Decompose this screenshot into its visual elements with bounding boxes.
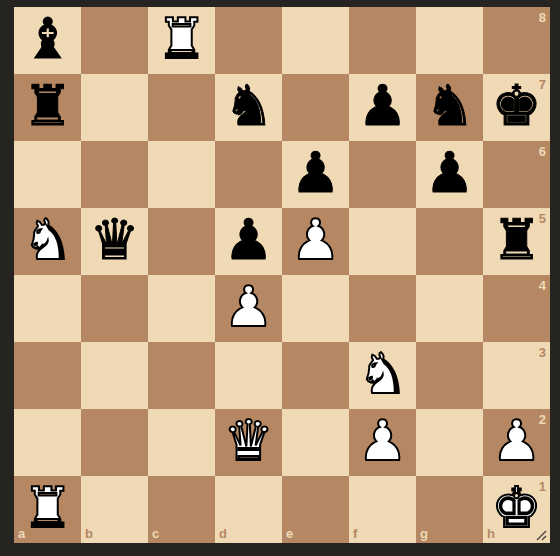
piece-black-rook[interactable]: ♜: [22, 78, 72, 134]
square-c3[interactable]: [148, 342, 215, 409]
square-h2[interactable]: ♟2: [483, 409, 550, 476]
square-g3[interactable]: [416, 342, 483, 409]
square-f6[interactable]: [349, 141, 416, 208]
file-label-f: f: [353, 527, 357, 540]
square-g4[interactable]: [416, 275, 483, 342]
piece-white-pawn[interactable]: ♟: [223, 279, 273, 335]
file-label-e: e: [286, 527, 293, 540]
square-b8[interactable]: [81, 7, 148, 74]
square-f3[interactable]: ♞: [349, 342, 416, 409]
square-b7[interactable]: [81, 74, 148, 141]
square-e4[interactable]: [282, 275, 349, 342]
square-a4[interactable]: [14, 275, 81, 342]
board-resize-handle-icon[interactable]: [534, 527, 548, 541]
piece-white-knight[interactable]: ♞: [357, 346, 407, 402]
rank-label-5: 5: [539, 212, 546, 225]
piece-black-pawn[interactable]: ♟: [290, 145, 340, 201]
square-h6[interactable]: 6: [483, 141, 550, 208]
square-c5[interactable]: [148, 208, 215, 275]
square-b2[interactable]: [81, 409, 148, 476]
piece-white-pawn[interactable]: ♟: [290, 212, 340, 268]
rank-label-2: 2: [539, 413, 546, 426]
square-d7[interactable]: ♞: [215, 74, 282, 141]
square-e2[interactable]: [282, 409, 349, 476]
piece-black-rook[interactable]: ♜: [491, 212, 541, 268]
square-c7[interactable]: [148, 74, 215, 141]
square-h5[interactable]: ♜5: [483, 208, 550, 275]
square-b5[interactable]: ♛: [81, 208, 148, 275]
rank-label-4: 4: [539, 279, 546, 292]
square-e1[interactable]: e: [282, 476, 349, 543]
piece-white-pawn[interactable]: ♟: [491, 413, 541, 469]
file-label-b: b: [85, 527, 93, 540]
square-e8[interactable]: [282, 7, 349, 74]
piece-white-rook[interactable]: ♜: [156, 11, 206, 67]
square-a2[interactable]: [14, 409, 81, 476]
square-b6[interactable]: [81, 141, 148, 208]
piece-white-rook[interactable]: ♜: [22, 480, 72, 536]
square-g2[interactable]: [416, 409, 483, 476]
square-e5[interactable]: ♟: [282, 208, 349, 275]
chess-board-frame: ♝♜8♜♞♟♞♚7♟♟6♞♛♟♟♜5♟4♞3♛♟♟2♜abcdefg♚1h: [0, 0, 560, 556]
piece-black-pawn[interactable]: ♟: [357, 78, 407, 134]
square-f7[interactable]: ♟: [349, 74, 416, 141]
square-h3[interactable]: 3: [483, 342, 550, 409]
square-c1[interactable]: c: [148, 476, 215, 543]
piece-white-knight[interactable]: ♞: [22, 212, 72, 268]
square-a6[interactable]: [14, 141, 81, 208]
square-b4[interactable]: [81, 275, 148, 342]
square-g8[interactable]: [416, 7, 483, 74]
square-h1[interactable]: ♚1h: [483, 476, 550, 543]
square-d2[interactable]: ♛: [215, 409, 282, 476]
square-e3[interactable]: [282, 342, 349, 409]
square-f2[interactable]: ♟: [349, 409, 416, 476]
square-a5[interactable]: ♞: [14, 208, 81, 275]
square-h4[interactable]: 4: [483, 275, 550, 342]
rank-label-1: 1: [539, 480, 546, 493]
square-a1[interactable]: ♜a: [14, 476, 81, 543]
square-d4[interactable]: ♟: [215, 275, 282, 342]
piece-black-pawn[interactable]: ♟: [424, 145, 474, 201]
piece-black-queen[interactable]: ♛: [89, 212, 139, 268]
piece-black-knight[interactable]: ♞: [223, 78, 273, 134]
file-label-d: d: [219, 527, 227, 540]
chess-board: ♝♜8♜♞♟♞♚7♟♟6♞♛♟♟♜5♟4♞3♛♟♟2♜abcdefg♚1h: [14, 7, 550, 543]
square-c8[interactable]: ♜: [148, 7, 215, 74]
square-d8[interactable]: [215, 7, 282, 74]
square-f1[interactable]: f: [349, 476, 416, 543]
piece-black-bishop[interactable]: ♝: [22, 11, 72, 67]
file-label-g: g: [420, 527, 428, 540]
file-label-c: c: [152, 527, 159, 540]
square-d6[interactable]: [215, 141, 282, 208]
square-g6[interactable]: ♟: [416, 141, 483, 208]
square-c6[interactable]: [148, 141, 215, 208]
square-g1[interactable]: g: [416, 476, 483, 543]
rank-label-6: 6: [539, 145, 546, 158]
piece-black-knight[interactable]: ♞: [424, 78, 474, 134]
square-f8[interactable]: [349, 7, 416, 74]
file-label-h: h: [487, 527, 495, 540]
square-c4[interactable]: [148, 275, 215, 342]
square-e7[interactable]: [282, 74, 349, 141]
square-d5[interactable]: ♟: [215, 208, 282, 275]
square-h8[interactable]: 8: [483, 7, 550, 74]
rank-label-8: 8: [539, 11, 546, 24]
piece-white-queen[interactable]: ♛: [223, 413, 273, 469]
square-c2[interactable]: [148, 409, 215, 476]
square-g7[interactable]: ♞: [416, 74, 483, 141]
square-d3[interactable]: [215, 342, 282, 409]
square-d1[interactable]: d: [215, 476, 282, 543]
square-a3[interactable]: [14, 342, 81, 409]
file-label-a: a: [18, 527, 25, 540]
piece-black-pawn[interactable]: ♟: [223, 212, 273, 268]
square-f5[interactable]: [349, 208, 416, 275]
square-a8[interactable]: ♝: [14, 7, 81, 74]
square-a7[interactable]: ♜: [14, 74, 81, 141]
square-e6[interactable]: ♟: [282, 141, 349, 208]
square-b1[interactable]: b: [81, 476, 148, 543]
rank-label-7: 7: [539, 78, 546, 91]
square-h7[interactable]: ♚7: [483, 74, 550, 141]
square-g5[interactable]: [416, 208, 483, 275]
piece-black-king[interactable]: ♚: [491, 78, 541, 134]
piece-white-pawn[interactable]: ♟: [357, 413, 407, 469]
square-b3[interactable]: [81, 342, 148, 409]
rank-label-3: 3: [539, 346, 546, 359]
square-f4[interactable]: [349, 275, 416, 342]
